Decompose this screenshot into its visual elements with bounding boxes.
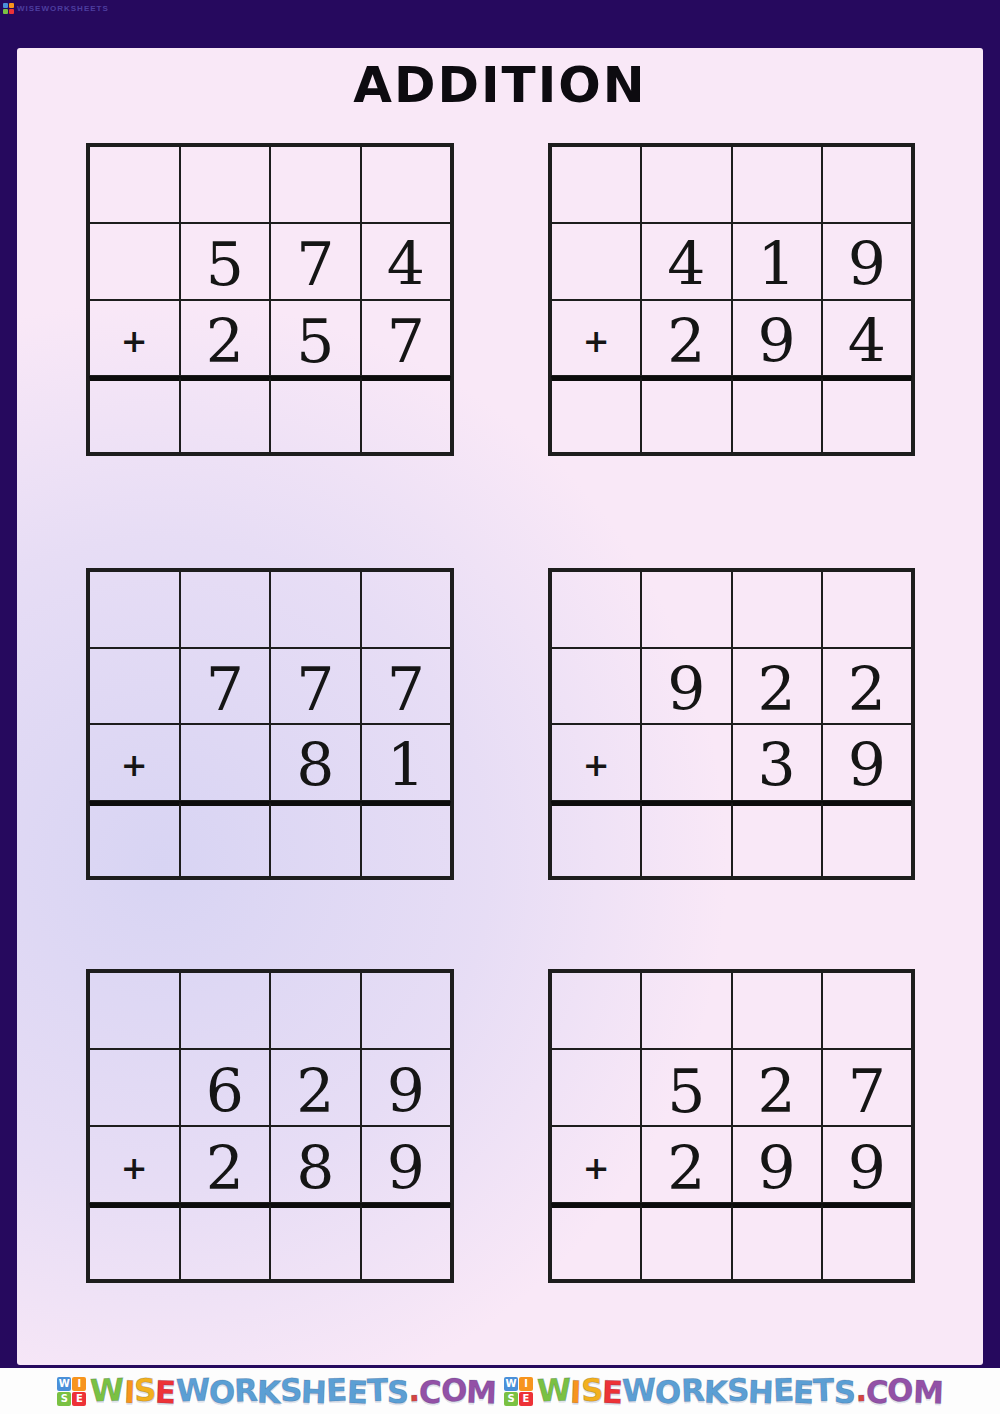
carry-cell[interactable]	[732, 146, 822, 223]
plus-sign-cell: +	[89, 1126, 180, 1203]
logo-square-s: S	[504, 1392, 518, 1406]
digit-cell: 2	[270, 1049, 361, 1126]
carry-cell[interactable]	[551, 571, 641, 648]
brand-letter: E	[155, 1374, 176, 1411]
logo-square-s: S	[57, 1392, 71, 1406]
empty-cell	[89, 648, 180, 725]
digit-cell: 7	[270, 648, 361, 725]
worksheet-panel: ADDITION 574+257419+294777+81922+39629+2…	[17, 48, 983, 1365]
digit-cell: 2	[180, 1126, 271, 1203]
digit-cell: 1	[361, 724, 452, 801]
footer-brand-strip: WISEWISEWORKSHEETS.COM WISEWISEWORKSHEET…	[0, 1368, 1000, 1414]
brand-letter: S	[279, 1372, 302, 1409]
wise-squares-icon: WISE	[57, 1377, 86, 1406]
answer-cell[interactable]	[641, 801, 731, 878]
carry-cell[interactable]	[822, 972, 912, 1049]
digit-cell: 2	[732, 1049, 822, 1126]
logo-square-e: E	[519, 1392, 533, 1406]
addition-grid-4: 922+39	[548, 568, 915, 880]
brand-letter: K	[256, 1374, 280, 1411]
addition-grid-5: 629+289	[86, 969, 454, 1283]
answer-cell[interactable]	[641, 376, 731, 453]
brand-letter: W	[622, 1371, 656, 1408]
carry-cell[interactable]	[180, 146, 271, 223]
answer-cell[interactable]	[270, 801, 361, 878]
brand-letter: S	[580, 1372, 603, 1409]
digit-cell: 6	[180, 1049, 271, 1126]
carry-cell[interactable]	[822, 571, 912, 648]
digit-cell: 7	[822, 1049, 912, 1126]
digit-cell: 5	[270, 300, 361, 377]
digit-cell: 2	[732, 648, 822, 725]
empty-cell	[641, 724, 731, 801]
carry-cell[interactable]	[732, 972, 822, 1049]
brand-letter: K	[703, 1374, 727, 1411]
watermark: WISEWORKSHEETS	[3, 3, 109, 14]
logo-square-w	[3, 3, 8, 8]
addition-grid-1: 574+257	[86, 143, 454, 456]
logo-square-e: E	[72, 1392, 86, 1406]
carry-cell[interactable]	[641, 571, 731, 648]
carry-cell[interactable]	[822, 146, 912, 223]
brand-letter: R	[680, 1372, 704, 1409]
brand-letter: R	[234, 1372, 258, 1409]
brand-letter: T	[813, 1372, 834, 1409]
addition-grid-3: 777+81	[86, 568, 454, 880]
empty-cell	[551, 648, 641, 725]
digit-cell: 9	[822, 724, 912, 801]
brand-lockup: WISEWISEWORKSHEETS.COM	[57, 1373, 496, 1409]
brand-letter: T	[366, 1372, 387, 1409]
answer-cell[interactable]	[180, 1203, 271, 1280]
addition-grid-2: 419+294	[548, 143, 915, 456]
carry-cell[interactable]	[361, 972, 452, 1049]
answer-cell[interactable]	[551, 801, 641, 878]
answer-cell[interactable]	[732, 801, 822, 878]
digit-cell: 9	[822, 223, 912, 300]
digit-cell: 2	[641, 300, 731, 377]
brand-letter: S	[133, 1372, 156, 1409]
empty-cell	[89, 223, 180, 300]
plus-sign-cell: +	[551, 724, 641, 801]
brand-lockup: WISEWISEWORKSHEETS.COM	[504, 1373, 943, 1409]
logo-square-i: I	[72, 1377, 86, 1391]
digit-cell: 9	[822, 1126, 912, 1203]
brand-letter: H	[747, 1374, 773, 1411]
carry-cell[interactable]	[89, 972, 180, 1049]
digit-cell: 9	[732, 300, 822, 377]
digit-cell: 1	[732, 223, 822, 300]
digit-cell: 5	[641, 1049, 731, 1126]
logo-square-i	[9, 3, 14, 8]
brand-letter: S	[386, 1374, 409, 1411]
answer-cell[interactable]	[822, 801, 912, 878]
answer-cell[interactable]	[361, 801, 452, 878]
brand-letter: S	[833, 1374, 856, 1411]
answer-cell[interactable]	[180, 376, 271, 453]
plus-sign-cell: +	[89, 724, 180, 801]
brand-letter: M	[466, 1373, 497, 1410]
page-title: ADDITION	[17, 48, 983, 114]
answer-cell[interactable]	[641, 1203, 731, 1280]
brand-letter: E	[346, 1374, 367, 1411]
carry-cell[interactable]	[270, 972, 361, 1049]
brand-letter: S	[726, 1372, 749, 1409]
answer-cell[interactable]	[361, 1203, 452, 1280]
carry-cell[interactable]	[641, 972, 731, 1049]
wise-squares-icon: WISE	[504, 1377, 533, 1406]
carry-cell[interactable]	[732, 571, 822, 648]
brand-word: WISEWORKSHEETS.COM	[90, 1373, 496, 1409]
carry-cell[interactable]	[89, 146, 180, 223]
brand-letter: O	[655, 1374, 682, 1411]
watermark-text: WISEWORKSHEETS	[17, 4, 109, 13]
brand-letter: C	[418, 1374, 441, 1411]
answer-cell[interactable]	[822, 376, 912, 453]
brand-letter: O	[440, 1372, 467, 1409]
brand-letter: .	[854, 1372, 866, 1408]
carry-cell[interactable]	[180, 972, 271, 1049]
digit-cell: 9	[361, 1126, 452, 1203]
brand-letter: W	[536, 1371, 570, 1408]
carry-cell[interactable]	[641, 146, 731, 223]
digit-cell: 4	[361, 223, 452, 300]
answer-cell[interactable]	[270, 376, 361, 453]
digit-cell: 7	[180, 648, 271, 725]
carry-cell[interactable]	[270, 146, 361, 223]
empty-cell	[89, 1049, 180, 1126]
digit-cell: 9	[732, 1126, 822, 1203]
brand-letter: O	[208, 1374, 235, 1411]
digit-cell: 9	[641, 648, 731, 725]
empty-cell	[551, 1049, 641, 1126]
logo-square-e	[9, 9, 14, 14]
brand-letter: C	[865, 1374, 888, 1411]
digit-cell: 7	[361, 648, 452, 725]
answer-cell[interactable]	[89, 1203, 180, 1280]
carry-cell[interactable]	[551, 972, 641, 1049]
digit-cell: 2	[822, 648, 912, 725]
brand-letter: H	[301, 1374, 327, 1411]
addition-grid-6: 527+299	[548, 969, 915, 1283]
digit-cell: 4	[641, 223, 731, 300]
carry-cell[interactable]	[89, 571, 180, 648]
digit-cell: 2	[641, 1126, 731, 1203]
brand-letter: E	[793, 1374, 814, 1411]
carry-cell[interactable]	[551, 146, 641, 223]
answer-cell[interactable]	[551, 1203, 641, 1280]
wise-squares-icon	[3, 3, 14, 14]
brand-letter: I	[570, 1374, 582, 1410]
brand-word: WISEWORKSHEETS.COM	[537, 1373, 943, 1409]
plus-sign-cell: +	[551, 300, 641, 377]
brand-letter: W	[90, 1371, 124, 1408]
answer-cell[interactable]	[732, 1203, 822, 1280]
brand-letter: O	[887, 1372, 914, 1409]
answer-cell[interactable]	[361, 376, 452, 453]
brand-letter: E	[601, 1374, 622, 1411]
answer-cell[interactable]	[89, 376, 180, 453]
brand-letter: E	[772, 1372, 793, 1409]
digit-cell: 4	[822, 300, 912, 377]
carry-cell[interactable]	[361, 571, 452, 648]
answer-cell[interactable]	[822, 1203, 912, 1280]
digit-cell: 9	[361, 1049, 452, 1126]
digit-cell: 7	[270, 223, 361, 300]
answer-cell[interactable]	[270, 1203, 361, 1280]
answer-cell[interactable]	[180, 801, 271, 878]
carry-cell[interactable]	[270, 571, 361, 648]
plus-sign-cell: +	[89, 300, 180, 377]
brand-letter: M	[912, 1373, 943, 1410]
plus-sign-cell: +	[551, 1126, 641, 1203]
logo-square-s	[3, 9, 8, 14]
logo-square-w: W	[504, 1377, 518, 1391]
brand-letter: W	[175, 1371, 209, 1408]
empty-cell	[551, 223, 641, 300]
digit-cell: 8	[270, 1126, 361, 1203]
digit-cell: 2	[180, 300, 271, 377]
logo-square-i: I	[519, 1377, 533, 1391]
brand-letter: E	[326, 1372, 347, 1409]
answer-cell[interactable]	[732, 376, 822, 453]
logo-square-w: W	[57, 1377, 71, 1391]
digit-cell: 7	[361, 300, 452, 377]
answer-cell[interactable]	[89, 801, 180, 878]
digit-cell: 8	[270, 724, 361, 801]
empty-cell	[180, 724, 271, 801]
carry-cell[interactable]	[361, 146, 452, 223]
answer-cell[interactable]	[551, 376, 641, 453]
carry-cell[interactable]	[180, 571, 271, 648]
digit-cell: 3	[732, 724, 822, 801]
digit-cell: 5	[180, 223, 271, 300]
